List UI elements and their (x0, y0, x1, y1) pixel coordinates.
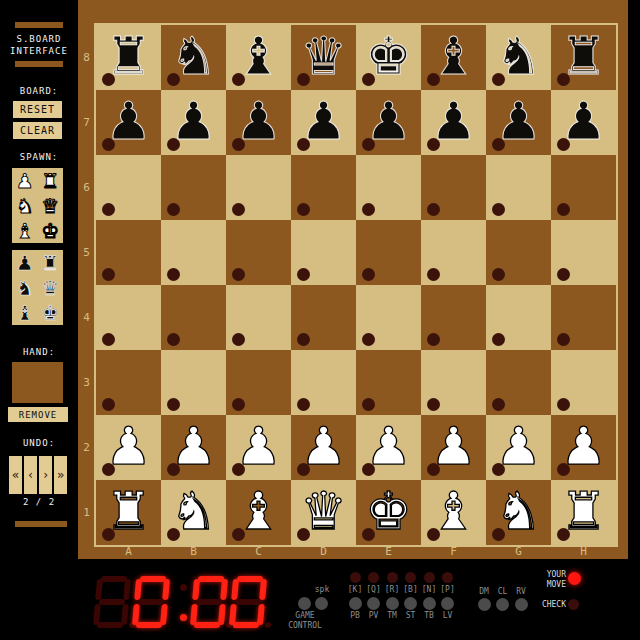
square-f6[interactable] (421, 155, 486, 220)
fn-button-pb[interactable] (349, 597, 362, 610)
spawn-white-king[interactable]: ♚ (38, 218, 64, 243)
square-f5[interactable] (421, 220, 486, 285)
square-f8[interactable]: ♝ (421, 25, 486, 90)
rank-label-8: 8 (78, 25, 95, 90)
rank-label-6: 6 (78, 155, 95, 220)
file-label-a: A (96, 545, 161, 559)
fn-led-k (350, 572, 361, 583)
fn-led-n (424, 572, 435, 583)
your-move-led (568, 572, 581, 585)
square-b4[interactable] (161, 285, 226, 350)
spawn-black-bishop[interactable]: ♝ (12, 300, 38, 325)
rank-label-1: 1 (78, 480, 95, 545)
divider-bar (15, 521, 67, 527)
square-h1[interactable]: ♜ (551, 480, 616, 545)
square-e1[interactable]: ♚ (356, 480, 421, 545)
fn-led-p (442, 572, 453, 583)
square-h6[interactable] (551, 155, 616, 220)
check-led (568, 599, 579, 610)
square-a8[interactable]: ♜ (96, 25, 161, 90)
square-led (492, 528, 505, 541)
square-led (102, 463, 115, 476)
square-led (232, 528, 245, 541)
square-c7[interactable]: ♟ (226, 90, 291, 155)
divider-bar (15, 61, 63, 67)
square-led (362, 463, 375, 476)
spawn-black-pawn[interactable]: ♟ (12, 250, 38, 275)
square-c3[interactable] (226, 350, 291, 415)
spawn-white-queen[interactable]: ♛ (38, 193, 64, 218)
square-led (297, 73, 310, 86)
fn-button-pv[interactable] (367, 597, 380, 610)
square-c1[interactable]: ♝ (226, 480, 291, 545)
aux-button-cl[interactable] (496, 598, 509, 611)
square-d2[interactable]: ♟ (291, 415, 356, 480)
square-led (297, 463, 310, 476)
square-led (297, 528, 310, 541)
square-led (297, 333, 310, 346)
square-a4[interactable] (96, 285, 161, 350)
square-led (492, 138, 505, 151)
spawn-black-king[interactable]: ♚ (38, 300, 64, 325)
square-led (492, 203, 505, 216)
square-led (492, 333, 505, 346)
square-g8[interactable]: ♞ (486, 25, 551, 90)
square-b8[interactable]: ♞ (161, 25, 226, 90)
square-led (232, 73, 245, 86)
square-led (232, 268, 245, 281)
file-label-f: F (421, 545, 486, 559)
control-panel: GAME CONTROL spk [K]PB[Q]PV[R]TM[B]ST[N]… (0, 560, 640, 640)
square-h3[interactable] (551, 350, 616, 415)
spawn-section-label: SPAWN: (0, 152, 78, 162)
file-label-h: H (551, 545, 616, 559)
fn-button-st[interactable] (404, 597, 417, 610)
speaker-button[interactable] (315, 597, 328, 610)
square-led (232, 203, 245, 216)
square-c4[interactable] (226, 285, 291, 350)
undo-section-label: UNDO: (0, 438, 78, 448)
square-h4[interactable] (551, 285, 616, 350)
square-led (167, 268, 180, 281)
spawn-white-pawn[interactable]: ♟ (12, 168, 38, 193)
spawn-black-knight[interactable]: ♞ (12, 275, 38, 300)
square-a6[interactable] (96, 155, 161, 220)
square-led (492, 463, 505, 476)
square-d5[interactable] (291, 220, 356, 285)
square-led (427, 333, 440, 346)
square-led (167, 138, 180, 151)
square-c2[interactable]: ♟ (226, 415, 291, 480)
square-h2[interactable]: ♟ (551, 415, 616, 480)
board-section-label: BOARD: (0, 86, 78, 96)
square-led (167, 463, 180, 476)
square-led (362, 73, 375, 86)
fn-bottom-label: LV (436, 611, 460, 620)
square-led (297, 138, 310, 151)
spawn-black-queen[interactable]: ♛ (38, 275, 64, 300)
fn-top-label: [P] (436, 585, 460, 594)
square-b3[interactable] (161, 350, 226, 415)
app-title-line1: S.BOARD (0, 34, 78, 44)
game-control-label-line2: CONTROL (285, 621, 325, 630)
square-f7[interactable]: ♟ (421, 90, 486, 155)
file-label-d: D (291, 545, 356, 559)
rank-label-4: 4 (78, 285, 95, 350)
rank-label-7: 7 (78, 90, 95, 155)
square-led (557, 528, 570, 541)
check-label: CHECK (526, 600, 566, 609)
fn-button-lv[interactable] (441, 597, 454, 610)
square-e6[interactable] (356, 155, 421, 220)
spawn-black-rook[interactable]: ♜ (38, 250, 64, 275)
square-g1[interactable]: ♞ (486, 480, 551, 545)
square-led (427, 398, 440, 411)
square-led (362, 333, 375, 346)
square-c8[interactable]: ♝ (226, 25, 291, 90)
square-led (167, 528, 180, 541)
fn-led-b (405, 572, 416, 583)
chess-board: ♜♞♝♛♚♝♞♜♟♟♟♟♟♟♟♟♟♟♟♟♟♟♟♟♜♞♝♛♚♝♞♜ (96, 25, 616, 545)
rank-label-5: 5 (78, 220, 95, 285)
square-led (102, 398, 115, 411)
app-title-line2: INTERFACE (0, 46, 78, 56)
square-a7[interactable]: ♟ (96, 90, 161, 155)
square-g7[interactable]: ♟ (486, 90, 551, 155)
square-led (557, 268, 570, 281)
reset-button[interactable]: RESET (13, 101, 62, 118)
square-h7[interactable]: ♟ (551, 90, 616, 155)
game-control-button[interactable] (298, 597, 311, 610)
square-d3[interactable] (291, 350, 356, 415)
square-e8[interactable]: ♚ (356, 25, 421, 90)
square-b1[interactable]: ♞ (161, 480, 226, 545)
square-led (167, 203, 180, 216)
file-label-c: C (226, 545, 291, 559)
square-d1[interactable]: ♛ (291, 480, 356, 545)
square-d8[interactable]: ♛ (291, 25, 356, 90)
square-led (492, 73, 505, 86)
fn-button-tb[interactable] (423, 597, 436, 610)
square-led (167, 333, 180, 346)
square-e7[interactable]: ♟ (356, 90, 421, 155)
speaker-label: spk (312, 585, 332, 594)
square-led (427, 203, 440, 216)
spawn-white-bishop[interactable]: ♝ (12, 218, 38, 243)
square-led (427, 73, 440, 86)
square-a2[interactable]: ♟ (96, 415, 161, 480)
square-led (102, 528, 115, 541)
square-led (492, 398, 505, 411)
square-h8[interactable]: ♜ (551, 25, 616, 90)
square-a1[interactable]: ♜ (96, 480, 161, 545)
hand-section-label: HAND: (0, 347, 78, 357)
sidebar: S.BOARD INTERFACE BOARD: RESET CLEAR SPA… (0, 0, 78, 640)
square-led (427, 463, 440, 476)
undo-button-1[interactable]: ‹ (24, 456, 37, 494)
square-led (297, 398, 310, 411)
square-led (362, 268, 375, 281)
square-led (102, 268, 115, 281)
hand-slot[interactable] (12, 362, 63, 403)
square-a3[interactable] (96, 350, 161, 415)
square-led (557, 138, 570, 151)
square-led (362, 203, 375, 216)
square-led (427, 138, 440, 151)
square-led (557, 333, 570, 346)
undo-counter: 2 / 2 (0, 497, 78, 507)
fn-led-r (387, 572, 398, 583)
square-b2[interactable]: ♟ (161, 415, 226, 480)
undo-button-0[interactable]: « (9, 456, 22, 494)
square-led (167, 73, 180, 86)
square-e5[interactable] (356, 220, 421, 285)
square-led (297, 268, 310, 281)
file-label-g: G (486, 545, 551, 559)
square-led (102, 203, 115, 216)
square-c5[interactable] (226, 220, 291, 285)
square-f2[interactable]: ♟ (421, 415, 486, 480)
square-led (167, 398, 180, 411)
square-led (557, 203, 570, 216)
square-f3[interactable] (421, 350, 486, 415)
square-g5[interactable] (486, 220, 551, 285)
square-e4[interactable] (356, 285, 421, 350)
square-d4[interactable] (291, 285, 356, 350)
square-led (427, 528, 440, 541)
square-led (232, 333, 245, 346)
your-move-label-line1: YOUR (526, 570, 566, 579)
aux-button-dm[interactable] (478, 598, 491, 611)
square-b6[interactable] (161, 155, 226, 220)
square-b5[interactable] (161, 220, 226, 285)
square-led (297, 203, 310, 216)
square-led (362, 398, 375, 411)
square-led (232, 463, 245, 476)
square-d7[interactable]: ♟ (291, 90, 356, 155)
square-led (362, 528, 375, 541)
chess-board-frame: 87654321 ♜♞♝♛♚♝♞♜♟♟♟♟♟♟♟♟♟♟♟♟♟♟♟♟♜♞♝♛♚♝♞… (78, 0, 628, 559)
square-led (557, 463, 570, 476)
file-label-b: B (161, 545, 226, 559)
spawn-white-knight[interactable]: ♞ (12, 193, 38, 218)
spawn-black-panel: ♟♜♞♛♝♚ (12, 250, 63, 325)
square-g3[interactable] (486, 350, 551, 415)
remove-button[interactable]: REMOVE (8, 407, 68, 422)
undo-button-2[interactable]: › (39, 456, 52, 494)
square-led (102, 333, 115, 346)
game-control-label-line1: GAME (285, 611, 325, 620)
square-b7[interactable]: ♟ (161, 90, 226, 155)
square-led (557, 73, 570, 86)
square-led (102, 73, 115, 86)
square-led (362, 138, 375, 151)
divider-bar (15, 22, 63, 28)
square-f1[interactable]: ♝ (421, 480, 486, 545)
square-led (102, 138, 115, 151)
square-g2[interactable]: ♟ (486, 415, 551, 480)
square-e3[interactable] (356, 350, 421, 415)
undo-button-3[interactable]: » (54, 456, 67, 494)
undo-button-row: «‹›» (9, 456, 67, 494)
square-led (492, 268, 505, 281)
clear-button[interactable]: CLEAR (13, 122, 62, 139)
your-move-label-line2: MOVE (526, 580, 566, 589)
rank-label-3: 3 (78, 350, 95, 415)
spawn-white-rook[interactable]: ♜ (38, 168, 64, 193)
fn-led-q (368, 572, 379, 583)
square-led (232, 138, 245, 151)
square-led (427, 268, 440, 281)
square-e2[interactable]: ♟ (356, 415, 421, 480)
square-g4[interactable] (486, 285, 551, 350)
square-g6[interactable] (486, 155, 551, 220)
square-led (232, 398, 245, 411)
square-led (557, 398, 570, 411)
square-h5[interactable] (551, 220, 616, 285)
square-c6[interactable] (226, 155, 291, 220)
file-label-e: E (356, 545, 421, 559)
spawn-white-panel: ♟♜♞♛♝♚ (12, 168, 63, 243)
fn-button-tm[interactable] (386, 597, 399, 610)
square-f4[interactable] (421, 285, 486, 350)
square-a5[interactable] (96, 220, 161, 285)
square-d6[interactable] (291, 155, 356, 220)
rank-label-2: 2 (78, 415, 95, 480)
